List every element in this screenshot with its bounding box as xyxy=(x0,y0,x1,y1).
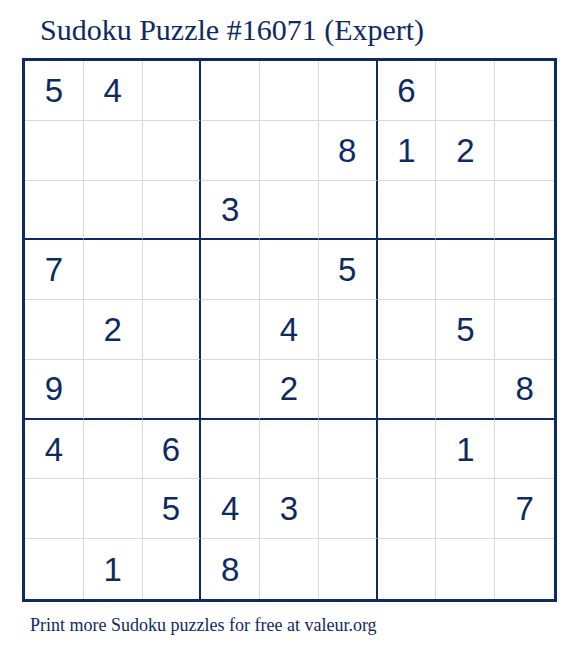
cell-r2c2[interactable] xyxy=(84,121,143,181)
cell-r7c7[interactable] xyxy=(378,420,437,480)
cell-r1c2: 4 xyxy=(84,61,143,121)
cell-r7c3: 6 xyxy=(143,420,202,480)
cell-r9c7[interactable] xyxy=(378,539,437,599)
cell-r3c4: 3 xyxy=(201,181,260,241)
cell-r6c3[interactable] xyxy=(143,360,202,420)
cell-r9c2: 1 xyxy=(84,539,143,599)
cell-r4c8[interactable] xyxy=(436,240,495,300)
cell-r2c5[interactable] xyxy=(260,121,319,181)
cell-r7c4[interactable] xyxy=(201,420,260,480)
cell-r4c4[interactable] xyxy=(201,240,260,300)
cell-r3c6[interactable] xyxy=(319,181,378,241)
cell-r1c5[interactable] xyxy=(260,61,319,121)
cell-r3c2[interactable] xyxy=(84,181,143,241)
cell-r6c8[interactable] xyxy=(436,360,495,420)
cell-r5c3[interactable] xyxy=(143,300,202,360)
cell-r3c8[interactable] xyxy=(436,181,495,241)
cell-r8c2[interactable] xyxy=(84,479,143,539)
footer-text: Print more Sudoku puzzles for free at va… xyxy=(30,615,377,636)
cell-r3c3[interactable] xyxy=(143,181,202,241)
cell-r4c9[interactable] xyxy=(495,240,554,300)
cell-r4c7[interactable] xyxy=(378,240,437,300)
cell-r6c2[interactable] xyxy=(84,360,143,420)
cell-r5c1[interactable] xyxy=(25,300,84,360)
page-title: Sudoku Puzzle #16071 (Expert) xyxy=(40,13,424,47)
cell-r8c9: 7 xyxy=(495,479,554,539)
cell-r3c7[interactable] xyxy=(378,181,437,241)
cell-r9c8[interactable] xyxy=(436,539,495,599)
cell-r7c1: 4 xyxy=(25,420,84,480)
cell-r1c4[interactable] xyxy=(201,61,260,121)
cell-r5c7[interactable] xyxy=(378,300,437,360)
cell-r8c7[interactable] xyxy=(378,479,437,539)
cell-r7c5[interactable] xyxy=(260,420,319,480)
cell-r2c3[interactable] xyxy=(143,121,202,181)
cell-r6c9: 8 xyxy=(495,360,554,420)
cell-r1c7: 6 xyxy=(378,61,437,121)
cell-r7c6[interactable] xyxy=(319,420,378,480)
cell-r9c9[interactable] xyxy=(495,539,554,599)
cell-r5c6[interactable] xyxy=(319,300,378,360)
cell-r9c6[interactable] xyxy=(319,539,378,599)
cell-r2c7: 1 xyxy=(378,121,437,181)
cell-r1c9[interactable] xyxy=(495,61,554,121)
cell-r2c4[interactable] xyxy=(201,121,260,181)
sudoku-board: 546812375245928461543718 xyxy=(22,58,557,602)
cell-r1c6[interactable] xyxy=(319,61,378,121)
cell-r7c8: 1 xyxy=(436,420,495,480)
cell-r3c1[interactable] xyxy=(25,181,84,241)
cell-r6c1: 9 xyxy=(25,360,84,420)
cell-r9c3[interactable] xyxy=(143,539,202,599)
cell-r5c9[interactable] xyxy=(495,300,554,360)
cell-r8c5: 3 xyxy=(260,479,319,539)
cell-r2c9[interactable] xyxy=(495,121,554,181)
cell-r1c1: 5 xyxy=(25,61,84,121)
cell-r6c7[interactable] xyxy=(378,360,437,420)
cell-r7c9[interactable] xyxy=(495,420,554,480)
cell-r9c4: 8 xyxy=(201,539,260,599)
cell-r4c1: 7 xyxy=(25,240,84,300)
cell-r2c6: 8 xyxy=(319,121,378,181)
cell-r8c6[interactable] xyxy=(319,479,378,539)
cell-r8c3: 5 xyxy=(143,479,202,539)
cell-r5c2: 2 xyxy=(84,300,143,360)
cell-r4c6: 5 xyxy=(319,240,378,300)
cell-r5c4[interactable] xyxy=(201,300,260,360)
cell-r4c3[interactable] xyxy=(143,240,202,300)
cell-r1c8[interactable] xyxy=(436,61,495,121)
cell-r3c5[interactable] xyxy=(260,181,319,241)
cell-r3c9[interactable] xyxy=(495,181,554,241)
cell-r6c4[interactable] xyxy=(201,360,260,420)
cell-r8c4: 4 xyxy=(201,479,260,539)
cell-r1c3[interactable] xyxy=(143,61,202,121)
cell-r9c5[interactable] xyxy=(260,539,319,599)
cell-r7c2[interactable] xyxy=(84,420,143,480)
cell-r6c6[interactable] xyxy=(319,360,378,420)
cell-r8c8[interactable] xyxy=(436,479,495,539)
cell-r5c5: 4 xyxy=(260,300,319,360)
cell-r9c1[interactable] xyxy=(25,539,84,599)
cell-r4c2[interactable] xyxy=(84,240,143,300)
cell-r8c1[interactable] xyxy=(25,479,84,539)
cell-r5c8: 5 xyxy=(436,300,495,360)
cell-r4c5[interactable] xyxy=(260,240,319,300)
cell-r2c1[interactable] xyxy=(25,121,84,181)
cell-r2c8: 2 xyxy=(436,121,495,181)
cell-r6c5: 2 xyxy=(260,360,319,420)
